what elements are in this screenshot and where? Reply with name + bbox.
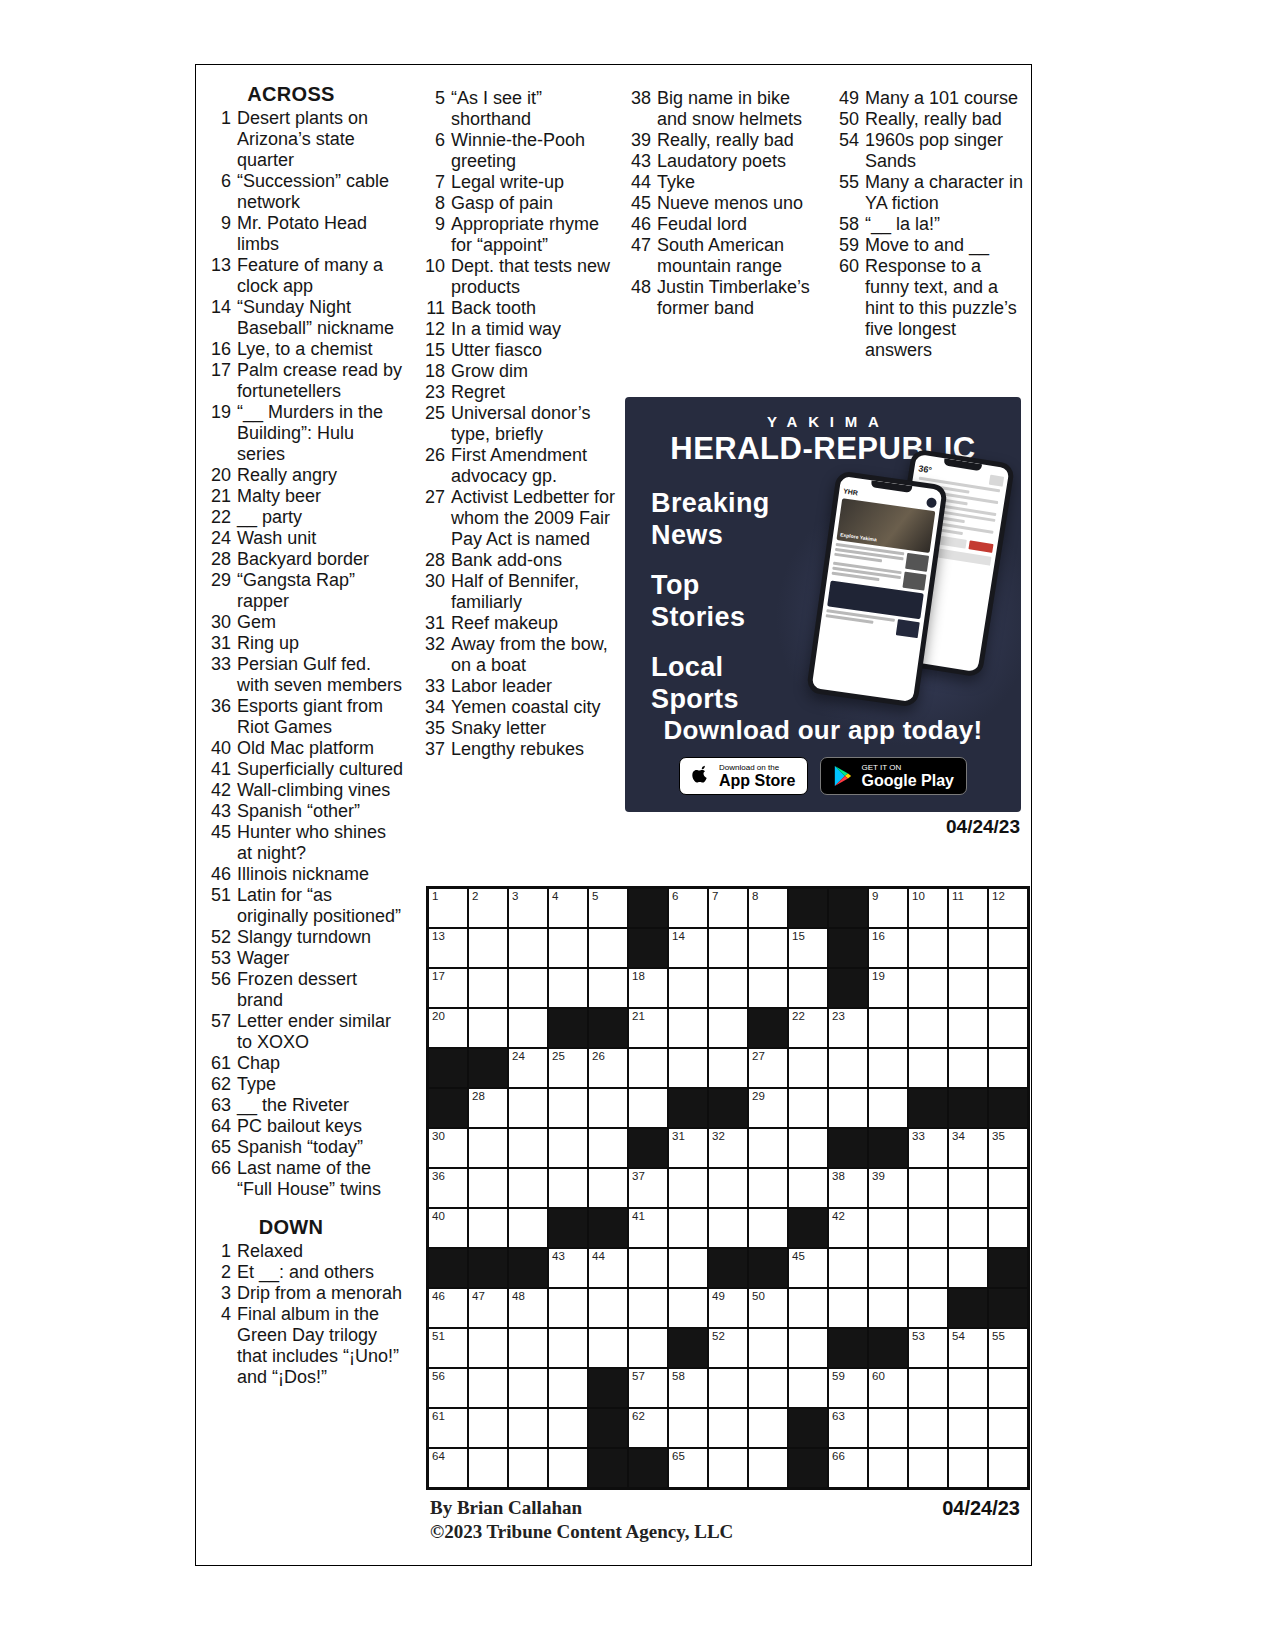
grid-cell[interactable]	[949, 1409, 987, 1447]
grid-cell[interactable]	[469, 1129, 507, 1167]
grid-cell[interactable]	[509, 1089, 547, 1127]
clue-text: Relaxed	[237, 1241, 406, 1262]
grid-cell[interactable]	[549, 1289, 587, 1327]
clue-number: 9	[206, 213, 237, 255]
cell-number: 22	[792, 1010, 805, 1022]
grid-cell[interactable]: 62	[629, 1409, 667, 1447]
grid-cell[interactable]	[589, 969, 627, 1007]
grid-cell[interactable]	[629, 1089, 667, 1127]
grid-cell[interactable]	[909, 1369, 947, 1407]
grid-cell[interactable]	[909, 969, 947, 1007]
black-cell	[589, 1409, 627, 1447]
grid-cell[interactable]	[509, 1009, 547, 1047]
grid-cell[interactable]	[789, 1169, 827, 1207]
grid-cell[interactable]	[589, 1329, 627, 1367]
grid-cell[interactable]: 4	[549, 889, 587, 927]
grid-cell[interactable]: 56	[429, 1369, 467, 1407]
grid-cell[interactable]	[469, 1209, 507, 1247]
grid-cell[interactable]: 6	[669, 889, 707, 927]
grid-cell[interactable]	[949, 1449, 987, 1487]
black-cell	[909, 1089, 947, 1127]
grid-cell[interactable]: 57	[629, 1369, 667, 1407]
grid-cell[interactable]: 26	[589, 1049, 627, 1087]
black-cell	[589, 1369, 627, 1407]
grid-cell[interactable]	[749, 1449, 787, 1487]
grid-cell[interactable]	[869, 1289, 907, 1327]
clue-text: Universal donor’s type, briefly	[451, 403, 622, 445]
clue-across-51: 51Latin for “as originally positioned”	[206, 885, 406, 927]
clue-number: 61	[206, 1053, 237, 1074]
grid-cell[interactable]: 41	[629, 1209, 667, 1247]
clue-across-46: 46Illinois nickname	[206, 864, 406, 885]
cell-number: 12	[992, 890, 1005, 902]
grid-cell[interactable]: 34	[949, 1129, 987, 1167]
grid-cell[interactable]: 64	[429, 1449, 467, 1487]
grid-cell[interactable]: 43	[549, 1249, 587, 1287]
grid-cell[interactable]: 32	[709, 1129, 747, 1167]
clue-number: 52	[206, 927, 237, 948]
across-heading: ACROSS	[206, 84, 376, 105]
clue-text: Et __: and others	[237, 1262, 406, 1283]
grid-cell[interactable]	[629, 1049, 667, 1087]
clue-text: Esports giant from Riot Games	[237, 696, 406, 738]
clue-text: Spanish “today”	[237, 1137, 406, 1158]
grid-cell[interactable]: 47	[469, 1289, 507, 1327]
grid-cell[interactable]	[869, 1049, 907, 1087]
grid-cell[interactable]: 50	[749, 1289, 787, 1327]
grid-cell[interactable]	[669, 969, 707, 1007]
clue-text: Persian Gulf fed. with seven members	[237, 654, 406, 696]
cell-number: 9	[872, 890, 878, 902]
grid-cell[interactable]	[909, 1289, 947, 1327]
grid-cell[interactable]	[789, 1289, 827, 1327]
grid-cell[interactable]	[989, 1009, 1027, 1047]
grid-cell[interactable]: 11	[949, 889, 987, 927]
grid-cell[interactable]	[949, 1369, 987, 1407]
red-button	[968, 540, 993, 553]
clue-text: Latin for “as originally positioned”	[237, 885, 406, 927]
grid-cell[interactable]	[589, 1169, 627, 1207]
grid-cell[interactable]	[749, 969, 787, 1007]
clue-number: 4	[206, 1304, 237, 1388]
clue-text: Nueve menos uno	[657, 193, 824, 214]
grid-cell[interactable]	[869, 1409, 907, 1447]
grid-cell[interactable]	[909, 1009, 947, 1047]
grid-cell[interactable]	[509, 1169, 547, 1207]
black-cell	[589, 1449, 627, 1487]
grid-cell[interactable]	[869, 1209, 907, 1247]
grid-cell[interactable]	[989, 1049, 1027, 1087]
clue-number: 43	[206, 801, 237, 822]
grid-cell[interactable]: 20	[429, 1009, 467, 1047]
clue-number: 32	[420, 634, 451, 676]
grid-cell[interactable]: 60	[869, 1369, 907, 1407]
grid-cell[interactable]	[469, 1369, 507, 1407]
clue-number: 45	[206, 822, 237, 864]
clue-down-1: 1Relaxed	[206, 1241, 406, 1262]
grid-cell[interactable]	[669, 1049, 707, 1087]
grid-cell[interactable]	[629, 1249, 667, 1287]
grid-cell[interactable]	[949, 1009, 987, 1047]
grid-cell[interactable]: 2	[469, 889, 507, 927]
grid-cell[interactable]	[469, 1009, 507, 1047]
grid-cell[interactable]: 37	[629, 1169, 667, 1207]
grid-cell[interactable]	[549, 1449, 587, 1487]
clue-down-34: 34Yemen coastal city	[420, 697, 622, 718]
clue-number: 40	[206, 738, 237, 759]
grid-cell[interactable]	[509, 1129, 547, 1167]
grid-cell[interactable]: 27	[749, 1049, 787, 1087]
grid-cell[interactable]: 45	[789, 1249, 827, 1287]
cell-number: 18	[632, 970, 645, 982]
grid-cell[interactable]: 25	[549, 1049, 587, 1087]
clue-text: Yemen coastal city	[451, 697, 622, 718]
clue-number: 44	[626, 172, 657, 193]
black-cell	[749, 1249, 787, 1287]
clue-across-40: 40Old Mac platform	[206, 738, 406, 759]
cell-number: 50	[752, 1290, 765, 1302]
clue-down-48: 48Justin Timberlake’s former band	[626, 277, 824, 319]
grid-cell[interactable]: 3	[509, 889, 547, 927]
grid-cell[interactable]	[789, 1129, 827, 1167]
clue-number: 3	[206, 1283, 237, 1304]
grid-cell[interactable]: 49	[709, 1289, 747, 1327]
grid-cell[interactable]: 48	[509, 1289, 547, 1327]
grid-cell[interactable]	[709, 1209, 747, 1247]
grid-cell[interactable]: 12	[989, 889, 1027, 927]
clue-number: 29	[206, 570, 237, 612]
grid-cell[interactable]	[669, 1209, 707, 1247]
grid-cell[interactable]	[509, 1449, 547, 1487]
cell-number: 62	[632, 1410, 645, 1422]
grid-cell[interactable]: 22	[789, 1009, 827, 1047]
clue-across-6: 6“Succession” cable network	[206, 171, 406, 213]
clue-text: Palm crease read by fortunetellers	[237, 360, 406, 402]
grid-cell[interactable]: 44	[589, 1249, 627, 1287]
grid-cell[interactable]	[509, 969, 547, 1007]
grid-cell[interactable]	[869, 1089, 907, 1127]
clue-number: 9	[420, 214, 451, 256]
grid-cell[interactable]: 63	[829, 1409, 867, 1447]
clue-number: 33	[206, 654, 237, 696]
grid-cell[interactable]	[469, 929, 507, 967]
app-store-badge[interactable]: Download on the App Store	[679, 757, 808, 795]
grid-cell[interactable]	[749, 1129, 787, 1167]
cell-number: 32	[712, 1130, 725, 1142]
clue-text: Winnie-the-Pooh greeting	[451, 130, 622, 172]
grid-cell[interactable]	[749, 1169, 787, 1207]
grid-cell[interactable]	[829, 1089, 867, 1127]
grid-cell[interactable]	[749, 1329, 787, 1367]
grid-cell[interactable]	[989, 929, 1027, 967]
clue-text: “Gangsta Rap” rapper	[237, 570, 406, 612]
grid-cell[interactable]: 31	[669, 1129, 707, 1167]
clue-text: Malty beer	[237, 486, 406, 507]
clue-across-56: 56Frozen dessert brand	[206, 969, 406, 1011]
badge-small-text: GET IT ON	[861, 763, 953, 772]
grid-cell[interactable]	[829, 1289, 867, 1327]
grid-cell[interactable]	[949, 1169, 987, 1207]
grid-cell[interactable]: 29	[749, 1089, 787, 1127]
clue-across-31: 31Ring up	[206, 633, 406, 654]
clue-number: 57	[206, 1011, 237, 1053]
cell-number: 39	[872, 1170, 885, 1182]
grid-cell[interactable]	[589, 1129, 627, 1167]
google-play-badge[interactable]: GET IT ON Google Play	[820, 757, 966, 795]
grid-cell[interactable]	[549, 1089, 587, 1127]
grid-cell[interactable]	[989, 1209, 1027, 1247]
black-cell	[989, 1089, 1027, 1127]
grid-cell[interactable]	[989, 1169, 1027, 1207]
grid-cell[interactable]: 39	[869, 1169, 907, 1207]
clue-text: Lengthy rebukes	[451, 739, 622, 760]
grid-cell[interactable]: 46	[429, 1289, 467, 1327]
clue-number: 35	[420, 718, 451, 739]
grid-cell[interactable]: 33	[909, 1129, 947, 1167]
black-cell	[749, 1009, 787, 1047]
grid-cell[interactable]	[909, 1449, 947, 1487]
grid-cell[interactable]	[589, 1289, 627, 1327]
clue-down-25: 25Universal donor’s type, briefly	[420, 403, 622, 445]
grid-cell[interactable]	[949, 969, 987, 1007]
clue-down-45: 45Nueve menos uno	[626, 193, 824, 214]
grid-cell[interactable]	[949, 1049, 987, 1087]
clue-text: Spanish “other”	[237, 801, 406, 822]
cell-number: 13	[432, 930, 445, 942]
black-cell	[429, 1049, 467, 1087]
grid-cell[interactable]: 65	[669, 1449, 707, 1487]
grid-cell[interactable]	[509, 1329, 547, 1367]
grid-cell[interactable]	[949, 1209, 987, 1247]
black-cell	[549, 1009, 587, 1047]
grid-cell[interactable]: 15	[789, 929, 827, 967]
grid-cell[interactable]	[869, 1009, 907, 1047]
grid-cell[interactable]	[469, 1169, 507, 1207]
grid-cell[interactable]	[909, 1049, 947, 1087]
grid-cell[interactable]: 42	[829, 1209, 867, 1247]
grid-cell[interactable]	[509, 1409, 547, 1447]
cell-number: 53	[912, 1330, 925, 1342]
grid-cell[interactable]	[509, 1369, 547, 1407]
clue-down-54: 541960s pop singer Sands	[834, 130, 1028, 172]
grid-cell[interactable]: 24	[509, 1049, 547, 1087]
grid-cell[interactable]	[469, 1409, 507, 1447]
grid-cell[interactable]: 40	[429, 1209, 467, 1247]
article-thumb	[905, 553, 929, 572]
clue-down-28: 28Bank add-ons	[420, 550, 622, 571]
grid-cell[interactable]	[669, 1009, 707, 1047]
grid-cell[interactable]	[909, 1249, 947, 1287]
grid-cell[interactable]	[549, 1169, 587, 1207]
grid-cell[interactable]	[469, 1449, 507, 1487]
grid-cell[interactable]	[989, 969, 1027, 1007]
grid-cell[interactable]	[469, 969, 507, 1007]
grid-cell[interactable]	[629, 1289, 667, 1327]
grid-cell[interactable]	[589, 1089, 627, 1127]
grid-cell[interactable]	[989, 1449, 1027, 1487]
grid-cell[interactable]	[949, 1249, 987, 1287]
clue-number: 56	[206, 969, 237, 1011]
clue-down-59: 59Move to and __	[834, 235, 1028, 256]
store-badges: Download on the App Store GET IT ON Goog…	[625, 757, 1021, 795]
grid-cell[interactable]: 10	[909, 889, 947, 927]
grid-cell[interactable]	[669, 1169, 707, 1207]
grid-cell[interactable]	[669, 1289, 707, 1327]
cell-number: 36	[432, 1170, 445, 1182]
clue-across-42: 42Wall-climbing vines	[206, 780, 406, 801]
grid-cell[interactable]: 7	[709, 889, 747, 927]
grid-cell[interactable]	[989, 1369, 1027, 1407]
grid-cell[interactable]	[589, 929, 627, 967]
grid-cell[interactable]	[469, 1329, 507, 1367]
grid-cell[interactable]	[709, 969, 747, 1007]
grid-cell[interactable]: 59	[829, 1369, 867, 1407]
grid-cell[interactable]	[749, 1209, 787, 1247]
cell-number: 24	[512, 1050, 525, 1062]
copyright: ©2023 Tribune Content Agency, LLC	[430, 1520, 733, 1544]
clue-down-32: 32Away from the bow, on a boat	[420, 634, 622, 676]
grid-cell[interactable]	[669, 1249, 707, 1287]
clue-number: 6	[206, 171, 237, 213]
grid-cell[interactable]: 5	[589, 889, 627, 927]
grid-cell[interactable]	[789, 1049, 827, 1087]
grid-cell[interactable]	[549, 969, 587, 1007]
grid-cell[interactable]	[909, 929, 947, 967]
clue-number: 2	[206, 1262, 237, 1283]
clue-text: Feudal lord	[657, 214, 824, 235]
grid-cell[interactable]	[749, 929, 787, 967]
clue-down-9: 9Appropriate rhyme for “appoint”	[420, 214, 622, 256]
grid-cell[interactable]	[909, 1409, 947, 1447]
grid-cell[interactable]	[789, 1329, 827, 1367]
grid-cell[interactable]	[829, 1049, 867, 1087]
cell-number: 17	[432, 970, 445, 982]
grid-cell[interactable]: 51	[429, 1329, 467, 1367]
grid-cell[interactable]: 14	[669, 929, 707, 967]
clue-down-3: 3Drip from a menorah	[206, 1283, 406, 1304]
grid-cell[interactable]	[749, 1369, 787, 1407]
down-heading: DOWN	[206, 1217, 376, 1238]
black-cell	[949, 1289, 987, 1327]
grid-cell[interactable]	[709, 1009, 747, 1047]
grid-cell[interactable]: 9	[869, 889, 907, 927]
ad-feature: Local Sports	[651, 651, 786, 716]
grid-cell[interactable]: 53	[909, 1329, 947, 1367]
grid-cell[interactable]: 19	[869, 969, 907, 1007]
app-logo: YHR	[843, 487, 859, 496]
clue-number: 65	[206, 1137, 237, 1158]
cell-number: 23	[832, 1010, 845, 1022]
cell-number: 51	[432, 1330, 445, 1342]
clue-down-37: 37Lengthy rebukes	[420, 739, 622, 760]
grid-cell[interactable]: 55	[989, 1329, 1027, 1367]
grid-cell[interactable]: 28	[469, 1089, 507, 1127]
grid-cell[interactable]	[989, 1409, 1027, 1447]
grid-cell[interactable]	[509, 1209, 547, 1247]
grid-cell[interactable]	[909, 1209, 947, 1247]
grid-cell[interactable]	[949, 929, 987, 967]
grid-cell[interactable]	[909, 1169, 947, 1207]
black-cell	[989, 1249, 1027, 1287]
clue-down-5: 5“As I see it” shorthand	[420, 88, 622, 130]
grid-cell[interactable]: 17	[429, 969, 467, 1007]
ad-feature: Top Stories	[651, 569, 786, 634]
grid-cell[interactable]	[789, 1089, 827, 1127]
grid-cell[interactable]	[709, 1049, 747, 1087]
grid-cell[interactable]: 23	[829, 1009, 867, 1047]
clue-number: 51	[206, 885, 237, 927]
grid-cell[interactable]	[829, 1249, 867, 1287]
cell-number: 59	[832, 1370, 845, 1382]
grid-cell[interactable]	[629, 1329, 667, 1367]
grid-cell[interactable]: 1	[429, 889, 467, 927]
grid-cell[interactable]: 21	[629, 1009, 667, 1047]
grid-cell[interactable]: 38	[829, 1169, 867, 1207]
grid-cell[interactable]	[549, 1129, 587, 1167]
grid-cell[interactable]	[709, 1369, 747, 1407]
grid-cell[interactable]: 8	[749, 889, 787, 927]
grid-cell[interactable]	[549, 1369, 587, 1407]
clue-number: 47	[626, 235, 657, 277]
grid-cell[interactable]	[789, 1369, 827, 1407]
cell-number: 41	[632, 1210, 645, 1222]
grid-cell[interactable]	[709, 929, 747, 967]
clue-text: In a timid way	[451, 319, 622, 340]
grid-cell[interactable]: 30	[429, 1129, 467, 1167]
grid-cell[interactable]: 13	[429, 929, 467, 967]
grid-cell[interactable]	[869, 1449, 907, 1487]
grid-cell[interactable]	[549, 1409, 587, 1447]
black-cell	[829, 929, 867, 967]
grid-cell[interactable]: 61	[429, 1409, 467, 1447]
clue-down-27: 27Activist Ledbetter for whom the 2009 F…	[420, 487, 622, 550]
clue-down-33: 33Labor leader	[420, 676, 622, 697]
grid-cell[interactable]: 58	[669, 1369, 707, 1407]
grid-cell[interactable]	[549, 929, 587, 967]
grid-cell[interactable]	[869, 1249, 907, 1287]
clue-across-63: 63__ the Riveter	[206, 1095, 406, 1116]
grid-cell[interactable]: 66	[829, 1449, 867, 1487]
grid-cell[interactable]	[709, 1449, 747, 1487]
clue-text: “As I see it” shorthand	[451, 88, 622, 130]
grid-cell[interactable]	[709, 1409, 747, 1447]
cell-number: 46	[432, 1290, 445, 1302]
clue-number: 17	[206, 360, 237, 402]
clue-column-2: 5“As I see it” shorthand6Winnie-the-Pooh…	[420, 88, 622, 760]
grid-cell[interactable]	[669, 1409, 707, 1447]
clue-number: 22	[206, 507, 237, 528]
grid-cell[interactable]	[549, 1329, 587, 1367]
grid-cell[interactable]	[789, 969, 827, 1007]
grid-cell[interactable]: 35	[989, 1129, 1027, 1167]
puzzle-date-bottom: 04/24/23	[942, 1497, 1020, 1520]
grid-cell[interactable]	[509, 929, 547, 967]
grid-cell[interactable]: 36	[429, 1169, 467, 1207]
cell-number: 52	[712, 1330, 725, 1342]
grid-cell[interactable]: 18	[629, 969, 667, 1007]
grid-cell[interactable]	[749, 1409, 787, 1447]
grid-cell[interactable]: 52	[709, 1329, 747, 1367]
clue-across-14: 14“Sunday Night Baseball” nickname	[206, 297, 406, 339]
cell-number: 16	[872, 930, 885, 942]
clue-down-35: 35Snaky letter	[420, 718, 622, 739]
clue-text: Chap	[237, 1053, 406, 1074]
grid-cell[interactable]: 54	[949, 1329, 987, 1367]
clue-number: 1	[206, 108, 237, 171]
clue-down-11: 11Back tooth	[420, 298, 622, 319]
grid-cell[interactable]	[709, 1169, 747, 1207]
grid-cell[interactable]: 16	[869, 929, 907, 967]
